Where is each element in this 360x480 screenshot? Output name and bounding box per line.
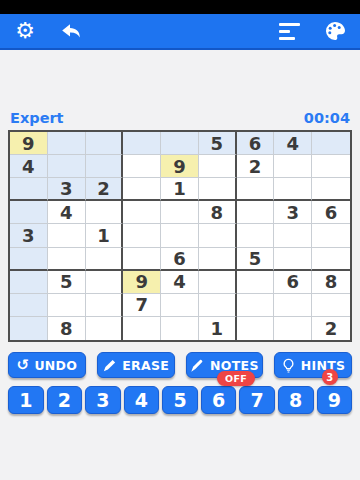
board-cell-r1c9[interactable] — [312, 132, 350, 155]
notes-button[interactable]: NOTES OFF — [186, 352, 264, 378]
board-cell-r8c1[interactable] — [10, 294, 48, 317]
status-bar — [0, 0, 360, 14]
numpad-button-2[interactable]: 2 — [47, 386, 83, 414]
board-cell-r7c9[interactable]: 8 — [312, 271, 350, 294]
info-row: Expert 00:04 — [10, 110, 350, 126]
action-bar: ↺ UNDO ERASE NOTES OFF HINTS 3 — [8, 352, 352, 378]
board-cell-r1c3[interactable] — [86, 132, 124, 155]
board-cell-r1c6[interactable]: 5 — [199, 132, 237, 155]
board-cell-r2c8[interactable] — [274, 155, 312, 178]
board-cell-r6c7[interactable]: 5 — [237, 248, 275, 271]
board-cell-r8c5[interactable] — [161, 294, 199, 317]
board-cell-r4c8[interactable]: 3 — [274, 201, 312, 224]
board-cell-r6c6[interactable] — [199, 248, 237, 271]
undo-button[interactable]: ↺ UNDO — [8, 352, 86, 378]
board-cell-r7c6[interactable] — [199, 271, 237, 294]
board-cell-r9c3[interactable] — [86, 317, 124, 340]
board-cell-r9c5[interactable] — [161, 317, 199, 340]
difficulty-label: Expert — [10, 110, 64, 126]
board-cell-r3c7[interactable] — [237, 178, 275, 201]
board-cell-r5c1[interactable]: 3 — [10, 224, 48, 247]
numpad-button-5[interactable]: 5 — [162, 386, 198, 414]
board-cell-r4c7[interactable] — [237, 201, 275, 224]
board-cell-r4c6[interactable]: 8 — [199, 201, 237, 224]
board-cell-r2c5[interactable]: 9 — [161, 155, 199, 178]
board-cell-r7c5[interactable]: 4 — [161, 271, 199, 294]
board-cell-r8c7[interactable] — [237, 294, 275, 317]
settings-button[interactable]: ⚙ — [10, 16, 40, 46]
board-cell-r7c3[interactable] — [86, 271, 124, 294]
board-cell-r7c1[interactable] — [10, 271, 48, 294]
menu-lines-icon — [279, 23, 300, 40]
board-cell-r2c6[interactable] — [199, 155, 237, 178]
board-cell-r6c4[interactable] — [123, 248, 161, 271]
board-cell-r3c4[interactable] — [123, 178, 161, 201]
board-cell-r5c7[interactable] — [237, 224, 275, 247]
numpad-button-6[interactable]: 6 — [201, 386, 237, 414]
board-cell-r4c5[interactable] — [161, 201, 199, 224]
board-cell-r8c2[interactable] — [48, 294, 86, 317]
numpad-button-7[interactable]: 7 — [239, 386, 275, 414]
menu-button[interactable] — [274, 16, 304, 46]
number-pad: 123456789 — [8, 386, 352, 414]
theme-button[interactable] — [320, 16, 350, 46]
board-cell-r8c4[interactable]: 7 — [123, 294, 161, 317]
erase-icon — [102, 358, 117, 373]
board-cell-r1c1[interactable]: 9 — [10, 132, 48, 155]
erase-button[interactable]: ERASE — [97, 352, 175, 378]
board-cell-r8c9[interactable] — [312, 294, 350, 317]
board-cell-r7c4[interactable]: 9 — [123, 271, 161, 294]
notes-pen-icon — [190, 358, 205, 373]
hints-bulb-icon — [281, 358, 296, 373]
timer: 00:04 — [304, 110, 350, 126]
board-cell-r3c6[interactable] — [199, 178, 237, 201]
board-cell-r7c8[interactable]: 6 — [274, 271, 312, 294]
board-cell-r1c8[interactable]: 4 — [274, 132, 312, 155]
numpad-button-3[interactable]: 3 — [85, 386, 121, 414]
board-cell-r4c3[interactable] — [86, 201, 124, 224]
board-cell-r6c5[interactable]: 6 — [161, 248, 199, 271]
board-cell-r5c3[interactable]: 1 — [86, 224, 124, 247]
board-cell-r3c5[interactable]: 1 — [161, 178, 199, 201]
board-cell-r8c3[interactable] — [86, 294, 124, 317]
erase-label: ERASE — [122, 358, 169, 373]
board-cell-r4c2[interactable]: 4 — [48, 201, 86, 224]
board-cell-r5c8[interactable] — [274, 224, 312, 247]
hints-count-badge: 3 — [322, 369, 338, 385]
screen: ⚙ Expert 0 — [0, 0, 360, 414]
board-cell-r9c2[interactable]: 8 — [48, 317, 86, 340]
board-cell-r4c9[interactable]: 6 — [312, 201, 350, 224]
board-cell-r7c7[interactable] — [237, 271, 275, 294]
board-cell-r9c8[interactable] — [274, 317, 312, 340]
numpad-button-9[interactable]: 9 — [317, 386, 353, 414]
board-cell-r3c2[interactable]: 3 — [48, 178, 86, 201]
board-cell-r5c2[interactable] — [48, 224, 86, 247]
board-cell-r1c7[interactable]: 6 — [237, 132, 275, 155]
back-button[interactable] — [56, 16, 86, 46]
board-cell-r4c1[interactable] — [10, 201, 48, 224]
board-cell-r9c1[interactable] — [10, 317, 48, 340]
board-cell-r8c8[interactable] — [274, 294, 312, 317]
board-cell-r5c4[interactable] — [123, 224, 161, 247]
board-cell-r9c6[interactable]: 1 — [199, 317, 237, 340]
board-cell-r3c3[interactable]: 2 — [86, 178, 124, 201]
board-cell-r3c9[interactable] — [312, 178, 350, 201]
board-cell-r5c5[interactable] — [161, 224, 199, 247]
board-cell-r2c2[interactable] — [48, 155, 86, 178]
sudoku-board: 956449232148363165594687812 — [8, 130, 352, 342]
board-cell-r9c9[interactable]: 2 — [312, 317, 350, 340]
board-cell-r2c1[interactable]: 4 — [10, 155, 48, 178]
board-cell-r2c9[interactable] — [312, 155, 350, 178]
hints-button[interactable]: HINTS 3 — [274, 352, 352, 378]
board-cell-r1c4[interactable] — [123, 132, 161, 155]
board-cell-r6c8[interactable] — [274, 248, 312, 271]
board-cell-r9c7[interactable] — [237, 317, 275, 340]
toolbar: ⚙ — [0, 14, 360, 50]
board-cell-r3c8[interactable] — [274, 178, 312, 201]
board-cell-r1c2[interactable] — [48, 132, 86, 155]
board-cell-r2c3[interactable] — [86, 155, 124, 178]
undo-icon: ↺ — [17, 358, 30, 373]
board-cell-r6c2[interactable] — [48, 248, 86, 271]
board-cell-r2c4[interactable] — [123, 155, 161, 178]
numpad-button-4[interactable]: 4 — [124, 386, 160, 414]
board-cell-r4c4[interactable] — [123, 201, 161, 224]
hints-label: HINTS — [301, 358, 346, 373]
board-cell-r5c6[interactable] — [199, 224, 237, 247]
gear-icon: ⚙ — [15, 20, 35, 42]
palette-icon — [323, 19, 347, 43]
board-cell-r2c7[interactable]: 2 — [237, 155, 275, 178]
board-cell-r9c4[interactable] — [123, 317, 161, 340]
undo-label: UNDO — [34, 358, 77, 373]
board-cell-r3c1[interactable] — [10, 178, 48, 201]
back-arrow-icon — [59, 19, 83, 43]
board-cell-r6c1[interactable] — [10, 248, 48, 271]
toolbar-right — [274, 16, 350, 46]
board-cell-r6c9[interactable] — [312, 248, 350, 271]
board-cell-r7c2[interactable]: 5 — [48, 271, 86, 294]
notes-off-badge: OFF — [217, 371, 255, 386]
board-cell-r6c3[interactable] — [86, 248, 124, 271]
numpad-button-8[interactable]: 8 — [278, 386, 314, 414]
board-cell-r1c5[interactable] — [161, 132, 199, 155]
numpad-button-1[interactable]: 1 — [8, 386, 44, 414]
toolbar-left: ⚙ — [10, 16, 86, 46]
board-cell-r8c6[interactable] — [199, 294, 237, 317]
board-cell-r5c9[interactable] — [312, 224, 350, 247]
